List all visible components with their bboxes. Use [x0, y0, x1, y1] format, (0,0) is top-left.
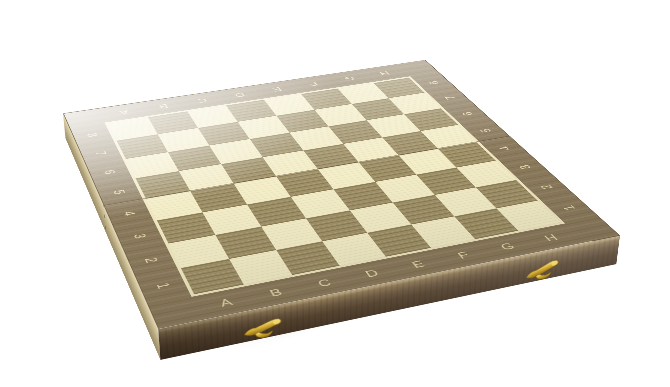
file-label-back-d: D — [232, 91, 246, 98]
square-h1 — [496, 201, 560, 231]
square-a3 — [157, 212, 215, 243]
file-label-front-c: C — [315, 277, 334, 290]
square-b4 — [190, 184, 247, 213]
square-b1 — [229, 250, 292, 284]
square-a5 — [136, 171, 191, 199]
rank-label-left-6: 6 — [100, 169, 119, 176]
file-label-front-e: E — [409, 258, 427, 270]
square-c1 — [276, 241, 339, 275]
square-f3 — [375, 175, 434, 203]
file-label-back-f: F — [307, 80, 320, 87]
file-label-back-c: C — [195, 97, 209, 104]
file-label-front-a: A — [218, 296, 235, 309]
file-label-back-b: B — [157, 103, 170, 111]
rank-label-right-4: 4 — [496, 145, 515, 151]
square-a2 — [169, 235, 230, 268]
file-label-back-a: A — [117, 108, 130, 116]
square-b3 — [202, 205, 261, 235]
square-b2 — [215, 227, 276, 259]
square-c3 — [247, 197, 306, 227]
rank-label-right-2: 2 — [537, 183, 557, 190]
square-d2 — [306, 210, 367, 241]
square-f2 — [393, 195, 455, 225]
rank-label-left-7: 7 — [91, 150, 109, 156]
chessboard: AABBCCDDEEFFGGHH1122334455667788 — [63, 60, 620, 329]
square-d3 — [291, 189, 350, 218]
file-label-front-b: B — [267, 286, 285, 299]
rank-label-right-1: 1 — [559, 204, 579, 211]
brass-clasp-right — [523, 254, 563, 290]
rank-label-right-7: 7 — [442, 95, 459, 100]
square-a1 — [181, 259, 244, 294]
rank-label-right-3: 3 — [515, 164, 534, 170]
board-3d-wrapper: AABBCCDDEEFFGGHH1122334455667788 — [59, 21, 575, 319]
rank-label-right-6: 6 — [459, 111, 477, 116]
square-g3 — [416, 168, 476, 195]
brass-clasp-left — [241, 312, 287, 347]
rank-label-left-1: 1 — [152, 281, 174, 290]
clasp-icon — [241, 312, 287, 347]
square-g2 — [435, 187, 497, 216]
file-label-back-e: E — [270, 86, 283, 93]
square-g1 — [454, 208, 518, 239]
board-top-face: AABBCCDDEEFFGGHH1122334455667788 — [63, 60, 620, 329]
perspective-stage: AABBCCDDEEFFGGHH1122334455667788 — [101, 0, 532, 385]
square-c2 — [261, 218, 322, 250]
square-a4 — [146, 191, 203, 220]
square-e2 — [350, 203, 411, 233]
file-label-front-h: H — [541, 232, 561, 243]
rank-label-right-8: 8 — [426, 80, 443, 85]
photo-scene: AABBCCDDEEFFGGHH1122334455667788 — [0, 0, 670, 387]
square-e3 — [333, 182, 392, 211]
file-label-front-g: G — [498, 241, 518, 253]
rank-label-left-4: 4 — [119, 210, 139, 217]
square-d1 — [322, 233, 386, 266]
rank-label-right-5: 5 — [477, 127, 495, 133]
clasp-icon — [523, 254, 563, 290]
file-label-front-f: F — [455, 250, 473, 261]
rank-label-left-3: 3 — [129, 232, 149, 240]
square-h2 — [476, 180, 538, 208]
rank-label-left-5: 5 — [109, 189, 128, 196]
square-f1 — [411, 216, 475, 247]
square-d4 — [276, 169, 333, 196]
rank-label-left-8: 8 — [83, 132, 101, 138]
file-label-back-h: H — [377, 70, 391, 77]
square-c4 — [234, 176, 291, 204]
file-label-back-g: G — [341, 75, 356, 82]
rank-label-left-2: 2 — [140, 256, 161, 264]
square-e1 — [367, 224, 431, 256]
file-label-front-d: D — [363, 268, 382, 280]
